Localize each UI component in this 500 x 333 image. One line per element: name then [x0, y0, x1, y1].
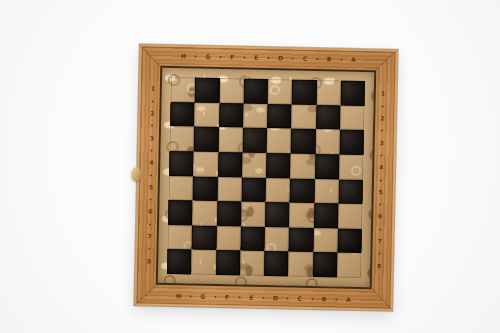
square-e2[interactable] — [243, 103, 268, 128]
square-d6[interactable] — [265, 202, 290, 227]
rank-label-left-7: 7 — [142, 224, 157, 249]
file-labels-bottom: HGFEDCBA — [166, 285, 360, 310]
rank-label-right-5: 5 — [373, 180, 388, 205]
square-f5[interactable] — [217, 176, 242, 201]
rank-label-left-4: 4 — [144, 150, 159, 175]
square-a4[interactable] — [339, 154, 364, 179]
square-e5[interactable] — [241, 177, 266, 202]
square-a5[interactable] — [338, 179, 363, 204]
file-label-bottom-h: H — [166, 285, 191, 307]
file-label-bottom-f: F — [215, 286, 240, 308]
square-h2[interactable] — [170, 102, 195, 127]
square-a1[interactable] — [340, 81, 365, 106]
rank-label-left-1: 1 — [146, 76, 161, 101]
square-g5[interactable] — [193, 176, 218, 201]
square-c5[interactable] — [290, 178, 315, 203]
square-b8[interactable] — [312, 252, 337, 277]
file-label-top-a: A — [341, 49, 366, 71]
square-f7[interactable] — [216, 226, 241, 251]
file-label-top-c: C — [293, 48, 318, 70]
square-c6[interactable] — [289, 203, 314, 228]
file-label-bottom-e: E — [239, 286, 264, 308]
square-d1[interactable] — [268, 79, 293, 104]
square-a2[interactable] — [340, 105, 365, 130]
file-label-bottom-b: B — [312, 288, 337, 310]
square-c1[interactable] — [292, 80, 317, 105]
rank-label-right-2: 2 — [375, 106, 390, 131]
square-b7[interactable] — [313, 228, 338, 253]
square-e4[interactable] — [242, 152, 267, 177]
rank-label-right-3: 3 — [374, 131, 389, 156]
file-label-bottom-c: C — [288, 287, 313, 309]
rank-label-right-7: 7 — [372, 229, 387, 254]
rank-label-right-8: 8 — [372, 254, 387, 279]
square-a6[interactable] — [338, 204, 363, 229]
file-label-bottom-a: A — [336, 288, 361, 310]
square-f3[interactable] — [218, 127, 243, 152]
square-b1[interactable] — [316, 80, 341, 105]
square-g6[interactable] — [192, 201, 217, 226]
square-g7[interactable] — [192, 225, 217, 250]
square-g8[interactable] — [191, 250, 216, 275]
square-e3[interactable] — [242, 128, 267, 153]
square-d2[interactable] — [267, 104, 292, 129]
square-d5[interactable] — [265, 178, 290, 203]
square-a8[interactable] — [337, 253, 362, 278]
file-label-top-h: H — [171, 45, 196, 67]
square-a3[interactable] — [339, 130, 364, 155]
square-h1[interactable] — [171, 77, 196, 102]
square-c2[interactable] — [291, 104, 316, 129]
rank-label-right-1: 1 — [376, 81, 391, 106]
rank-labels-right: 12345678 — [372, 81, 397, 278]
square-e7[interactable] — [240, 226, 265, 251]
file-label-bottom-g: G — [191, 285, 216, 307]
square-g4[interactable] — [193, 151, 218, 176]
chess-board: HGFEDCBA HGFEDCBA 12345678 12345678 — [134, 44, 397, 310]
file-label-top-b: B — [317, 48, 342, 70]
file-labels-top: HGFEDCBA — [171, 45, 365, 70]
square-b3[interactable] — [315, 129, 340, 154]
square-b5[interactable] — [314, 179, 339, 204]
square-a7[interactable] — [337, 228, 362, 253]
square-f8[interactable] — [215, 250, 240, 275]
square-f6[interactable] — [216, 201, 241, 226]
square-c3[interactable] — [291, 129, 316, 154]
rank-label-left-8: 8 — [142, 249, 157, 274]
file-label-bottom-d: D — [263, 287, 288, 309]
file-label-top-d: D — [268, 47, 293, 69]
square-g2[interactable] — [194, 102, 219, 127]
square-f2[interactable] — [219, 103, 244, 128]
square-e1[interactable] — [243, 79, 268, 104]
square-c4[interactable] — [290, 153, 315, 178]
square-c8[interactable] — [288, 252, 313, 277]
square-c7[interactable] — [289, 227, 314, 252]
rank-label-left-2: 2 — [145, 101, 160, 126]
photo-background: HGFEDCBA HGFEDCBA 12345678 12345678 — [0, 0, 500, 333]
file-label-top-g: G — [196, 46, 221, 68]
square-h3[interactable] — [170, 126, 195, 151]
rank-label-right-4: 4 — [374, 155, 389, 180]
square-h7[interactable] — [167, 225, 192, 250]
square-h8[interactable] — [167, 249, 192, 274]
checkerboard — [167, 77, 365, 278]
file-label-top-e: E — [244, 47, 269, 69]
left-edge-peg — [131, 167, 141, 181]
square-h4[interactable] — [169, 151, 194, 176]
square-b2[interactable] — [316, 105, 341, 130]
square-g1[interactable] — [195, 77, 220, 102]
rank-label-left-3: 3 — [145, 126, 160, 151]
square-h6[interactable] — [168, 200, 193, 225]
square-f1[interactable] — [219, 78, 244, 103]
square-g3[interactable] — [194, 127, 219, 152]
file-label-top-f: F — [220, 46, 245, 68]
square-e8[interactable] — [240, 251, 265, 276]
square-b4[interactable] — [314, 154, 339, 179]
rank-label-right-6: 6 — [373, 204, 388, 229]
rank-label-left-6: 6 — [143, 200, 158, 225]
square-e6[interactable] — [241, 202, 266, 227]
square-d3[interactable] — [267, 128, 292, 153]
square-h5[interactable] — [169, 175, 194, 200]
rank-label-left-5: 5 — [144, 175, 159, 200]
square-d4[interactable] — [266, 153, 291, 178]
stone-panel — [156, 66, 377, 289]
square-d7[interactable] — [264, 227, 289, 252]
square-d8[interactable] — [264, 251, 289, 276]
square-b6[interactable] — [313, 203, 338, 228]
square-f4[interactable] — [218, 152, 243, 177]
